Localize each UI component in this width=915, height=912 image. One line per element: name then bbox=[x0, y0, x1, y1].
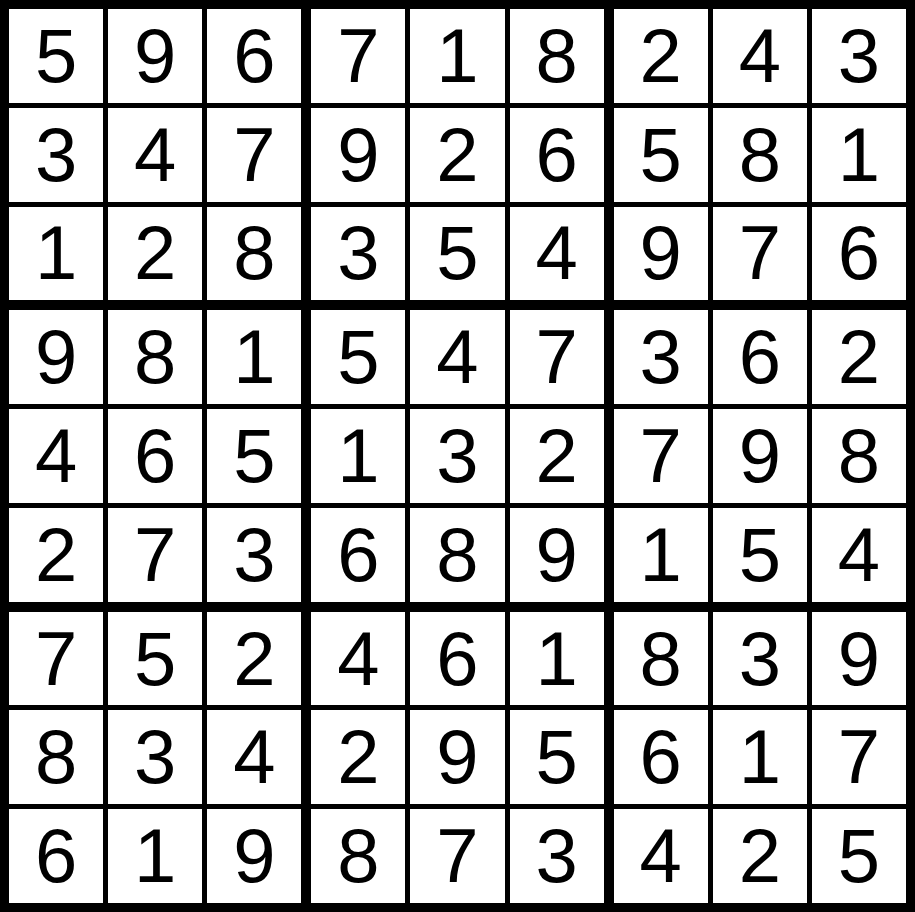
cell-r8c5[interactable]: 9 bbox=[410, 710, 504, 804]
cell-r4c5[interactable]: 4 bbox=[410, 310, 504, 404]
cell-r6c1[interactable]: 2 bbox=[9, 508, 103, 602]
cell-r3c2[interactable]: 2 bbox=[108, 207, 202, 301]
cell-r1c6[interactable]: 8 bbox=[510, 9, 604, 103]
cell-r5c6[interactable]: 2 bbox=[510, 409, 604, 503]
cell-r3c9[interactable]: 6 bbox=[812, 207, 906, 301]
cell-r2c9[interactable]: 1 bbox=[812, 108, 906, 202]
cell-r7c3[interactable]: 2 bbox=[207, 612, 301, 706]
cell-r6c7[interactable]: 1 bbox=[614, 508, 708, 602]
cell-r6c4[interactable]: 6 bbox=[311, 508, 405, 602]
cell-r2c7[interactable]: 5 bbox=[614, 108, 708, 202]
cell-r1c9[interactable]: 3 bbox=[812, 9, 906, 103]
cell-r3c4[interactable]: 3 bbox=[311, 207, 405, 301]
cell-r1c2[interactable]: 9 bbox=[108, 9, 202, 103]
cell-r9c5[interactable]: 7 bbox=[410, 809, 504, 903]
sudoku-box-6: 362798154 bbox=[614, 310, 906, 601]
cell-r7c9[interactable]: 9 bbox=[812, 612, 906, 706]
cell-r3c7[interactable]: 9 bbox=[614, 207, 708, 301]
cell-r4c8[interactable]: 6 bbox=[713, 310, 807, 404]
cell-r6c9[interactable]: 4 bbox=[812, 508, 906, 602]
cell-r6c3[interactable]: 3 bbox=[207, 508, 301, 602]
cell-r1c1[interactable]: 5 bbox=[9, 9, 103, 103]
cell-r9c7[interactable]: 4 bbox=[614, 809, 708, 903]
cell-r7c2[interactable]: 5 bbox=[108, 612, 202, 706]
cell-r5c4[interactable]: 1 bbox=[311, 409, 405, 503]
cell-r9c9[interactable]: 5 bbox=[812, 809, 906, 903]
cell-r7c8[interactable]: 3 bbox=[713, 612, 807, 706]
sudoku-box-8: 461295873 bbox=[311, 612, 603, 903]
cell-r3c8[interactable]: 7 bbox=[713, 207, 807, 301]
cell-r6c6[interactable]: 9 bbox=[510, 508, 604, 602]
sudoku-box-1: 596347128 bbox=[9, 9, 301, 300]
cell-r7c5[interactable]: 6 bbox=[410, 612, 504, 706]
cell-r2c8[interactable]: 8 bbox=[713, 108, 807, 202]
cell-r2c3[interactable]: 7 bbox=[207, 108, 301, 202]
cell-r1c8[interactable]: 4 bbox=[713, 9, 807, 103]
cell-r8c2[interactable]: 3 bbox=[108, 710, 202, 804]
cell-r4c6[interactable]: 7 bbox=[510, 310, 604, 404]
cell-r4c7[interactable]: 3 bbox=[614, 310, 708, 404]
cell-r3c3[interactable]: 8 bbox=[207, 207, 301, 301]
cell-r5c1[interactable]: 4 bbox=[9, 409, 103, 503]
cell-r1c5[interactable]: 1 bbox=[410, 9, 504, 103]
sudoku-box-7: 752834619 bbox=[9, 612, 301, 903]
cell-r4c9[interactable]: 2 bbox=[812, 310, 906, 404]
cell-r6c8[interactable]: 5 bbox=[713, 508, 807, 602]
cell-r9c3[interactable]: 9 bbox=[207, 809, 301, 903]
sudoku-box-9: 839617425 bbox=[614, 612, 906, 903]
cell-r3c1[interactable]: 1 bbox=[9, 207, 103, 301]
cell-r8c1[interactable]: 8 bbox=[9, 710, 103, 804]
cell-r4c3[interactable]: 1 bbox=[207, 310, 301, 404]
sudoku-box-3: 243581976 bbox=[614, 9, 906, 300]
cell-r9c1[interactable]: 6 bbox=[9, 809, 103, 903]
cell-r2c5[interactable]: 2 bbox=[410, 108, 504, 202]
cell-r2c4[interactable]: 9 bbox=[311, 108, 405, 202]
cell-r3c6[interactable]: 4 bbox=[510, 207, 604, 301]
cell-r8c7[interactable]: 6 bbox=[614, 710, 708, 804]
cell-r1c3[interactable]: 6 bbox=[207, 9, 301, 103]
cell-r8c3[interactable]: 4 bbox=[207, 710, 301, 804]
cell-r7c1[interactable]: 7 bbox=[9, 612, 103, 706]
cell-r8c4[interactable]: 2 bbox=[311, 710, 405, 804]
cell-r9c4[interactable]: 8 bbox=[311, 809, 405, 903]
cell-r5c5[interactable]: 3 bbox=[410, 409, 504, 503]
cell-r9c2[interactable]: 1 bbox=[108, 809, 202, 903]
cell-r4c2[interactable]: 8 bbox=[108, 310, 202, 404]
cell-r5c7[interactable]: 7 bbox=[614, 409, 708, 503]
sudoku-box-4: 981465273 bbox=[9, 310, 301, 601]
cell-r5c2[interactable]: 6 bbox=[108, 409, 202, 503]
cell-r1c7[interactable]: 2 bbox=[614, 9, 708, 103]
sudoku-box-5: 547132689 bbox=[311, 310, 603, 601]
cell-r8c6[interactable]: 5 bbox=[510, 710, 604, 804]
cell-r6c2[interactable]: 7 bbox=[108, 508, 202, 602]
sudoku-box-2: 718926354 bbox=[311, 9, 603, 300]
cell-r5c8[interactable]: 9 bbox=[713, 409, 807, 503]
cell-r9c6[interactable]: 3 bbox=[510, 809, 604, 903]
cell-r5c3[interactable]: 5 bbox=[207, 409, 301, 503]
sudoku-board: 596347128 718926354 243581976 981465273 … bbox=[0, 0, 915, 912]
cell-r2c6[interactable]: 6 bbox=[510, 108, 604, 202]
cell-r3c5[interactable]: 5 bbox=[410, 207, 504, 301]
cell-r5c9[interactable]: 8 bbox=[812, 409, 906, 503]
cell-r2c2[interactable]: 4 bbox=[108, 108, 202, 202]
cell-r8c9[interactable]: 7 bbox=[812, 710, 906, 804]
cell-r7c6[interactable]: 1 bbox=[510, 612, 604, 706]
cell-r1c4[interactable]: 7 bbox=[311, 9, 405, 103]
cell-r7c7[interactable]: 8 bbox=[614, 612, 708, 706]
cell-r2c1[interactable]: 3 bbox=[9, 108, 103, 202]
cell-r4c1[interactable]: 9 bbox=[9, 310, 103, 404]
cell-r4c4[interactable]: 5 bbox=[311, 310, 405, 404]
cell-r7c4[interactable]: 4 bbox=[311, 612, 405, 706]
cell-r9c8[interactable]: 2 bbox=[713, 809, 807, 903]
cell-r8c8[interactable]: 1 bbox=[713, 710, 807, 804]
cell-r6c5[interactable]: 8 bbox=[410, 508, 504, 602]
